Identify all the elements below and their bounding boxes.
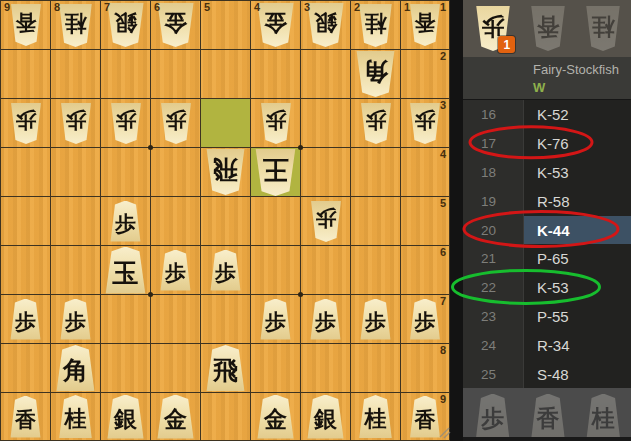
move-number: 25 [463, 360, 524, 389]
square-44[interactable]: 王 [250, 147, 300, 196]
sente-lance[interactable]: 香 [408, 396, 442, 438]
piece-kanji: 銀 [314, 403, 337, 431]
gote-rook[interactable]: 飛 [204, 149, 247, 195]
sente-rook[interactable]: 飛 [204, 345, 247, 391]
board-star-point [148, 145, 153, 150]
move-row-16[interactable]: 16K-52 [463, 100, 631, 129]
piece-kanji: 歩 [65, 110, 86, 136]
piece-kanji: 桂 [592, 15, 615, 42]
move-row-18[interactable]: 18K-53 [463, 158, 631, 187]
square-62[interactable] [150, 49, 200, 98]
square-37[interactable]: 歩 [300, 294, 350, 343]
square-36[interactable] [300, 245, 350, 294]
sente-pawn[interactable]: 歩 [109, 201, 143, 242]
square-49[interactable]: 金 [250, 392, 300, 441]
rank-label-4: 4 [440, 148, 446, 160]
piece-kanji: 香 [415, 12, 436, 38]
piece-kanji: 香 [415, 404, 436, 430]
square-29[interactable]: 桂 [350, 392, 400, 441]
square-74[interactable] [100, 147, 150, 196]
square-23[interactable]: 歩 [350, 98, 400, 147]
square-82[interactable] [50, 49, 100, 98]
square-83[interactable]: 歩 [50, 98, 100, 147]
move-text[interactable]: P-55 [524, 302, 631, 331]
square-52[interactable] [200, 49, 250, 98]
piece-kanji: 飛 [213, 353, 238, 383]
square-17[interactable]: 7歩 [400, 294, 450, 343]
piece-kanji: 歩 [315, 208, 336, 234]
sente-bishop[interactable]: 角 [54, 345, 97, 391]
square-25[interactable] [350, 196, 400, 245]
sente-pawn[interactable]: 歩 [159, 250, 193, 291]
file-label-3: 3 [304, 1, 310, 13]
panel-divider [450, 0, 463, 441]
square-35[interactable]: 歩 [300, 196, 350, 245]
move-text[interactable]: P-65 [524, 244, 631, 273]
square-92[interactable] [0, 49, 50, 98]
square-38[interactable] [300, 343, 350, 392]
piece-kanji: 金 [164, 11, 187, 39]
move-row-25[interactable]: 25S-48 [463, 360, 631, 389]
square-46[interactable] [250, 245, 300, 294]
square-66[interactable]: 歩 [150, 245, 200, 294]
piece-kanji: 桂 [592, 403, 615, 430]
gote-pawn[interactable]: 歩 [109, 103, 143, 144]
sente-lance[interactable]: 香 [9, 396, 43, 438]
piece-kanji: 歩 [265, 110, 286, 136]
gote-pawn[interactable]: 歩 [259, 103, 293, 144]
gote-hand-lance[interactable]: 香 [529, 6, 567, 51]
square-18[interactable]: 8 [400, 343, 450, 392]
move-list: 16K-5217K-7618K-5319R-5820K-4421P-6522K-… [463, 99, 631, 389]
sente-pawn[interactable]: 歩 [9, 299, 43, 340]
square-64[interactable] [150, 147, 200, 196]
move-text[interactable]: K-53 [524, 273, 631, 302]
engine-name-line: Fairy-Stockfish W [533, 61, 631, 97]
move-number: 18 [463, 158, 524, 187]
piece-kanji: 歩 [165, 110, 186, 136]
square-43[interactable]: 歩 [250, 98, 300, 147]
file-label-7: 7 [104, 1, 110, 13]
file-label-4: 4 [254, 1, 260, 13]
hand-slot-sente-knight[interactable]: 桂 [576, 392, 631, 440]
square-77[interactable] [100, 294, 150, 343]
gote-gold[interactable]: 金 [155, 3, 196, 47]
gote-pawn[interactable]: 歩 [9, 103, 43, 144]
gote-silver[interactable]: 銀 [105, 3, 146, 47]
hand-slot-sente-lance[interactable]: 香 [520, 392, 575, 440]
piece-kanji: 歩 [15, 110, 36, 136]
gote-hand-tray: 歩1香桂 [463, 0, 631, 57]
move-number: 17 [463, 129, 524, 158]
square-63[interactable]: 歩 [150, 98, 200, 147]
piece-kanji: 歩 [415, 306, 436, 332]
piece-kanji: 金 [264, 11, 287, 39]
sente-pawn[interactable]: 歩 [309, 299, 343, 340]
square-32[interactable] [300, 49, 350, 98]
piece-kanji: 歩 [365, 306, 386, 332]
piece-kanji: 香 [536, 403, 559, 430]
move-row-22[interactable]: 22K-53 [463, 273, 631, 302]
piece-kanji: 銀 [314, 11, 337, 39]
gote-pawn[interactable]: 歩 [59, 103, 93, 144]
square-78[interactable] [100, 343, 150, 392]
sente-pawn[interactable]: 歩 [209, 250, 243, 291]
sente-hand-knight[interactable]: 桂 [584, 394, 622, 439]
square-51[interactable]: 5 [200, 0, 250, 49]
piece-kanji: 王 [263, 157, 289, 188]
move-row-21[interactable]: 21P-65 [463, 244, 631, 273]
piece-kanji: 歩 [65, 306, 86, 332]
engine-name-suffix: W [533, 80, 545, 95]
piece-kanji: 歩 [165, 257, 186, 283]
move-number: 19 [463, 187, 524, 216]
square-93[interactable]: 歩 [0, 98, 50, 147]
rank-label-3: 3 [440, 99, 446, 111]
square-24[interactable] [350, 147, 400, 196]
sente-gold[interactable]: 金 [255, 395, 296, 439]
move-number: 16 [463, 100, 524, 129]
square-47[interactable]: 歩 [250, 294, 300, 343]
rank-label-5: 5 [440, 197, 446, 209]
piece-kanji: 歩 [365, 110, 386, 136]
move-text[interactable]: K-76 [524, 129, 631, 158]
square-31[interactable]: 3銀 [300, 0, 350, 49]
gote-bishop[interactable]: 角 [354, 51, 397, 97]
piece-kanji: 銀 [114, 11, 137, 39]
move-row-24[interactable]: 24R-34 [463, 331, 631, 360]
piece-kanji: 飛 [213, 157, 238, 187]
sente-hand-pawn[interactable]: 歩 [474, 394, 512, 439]
square-88[interactable]: 角 [50, 343, 100, 392]
piece-kanji: 桂 [65, 12, 87, 39]
sente-pawn[interactable]: 歩 [59, 299, 93, 340]
square-34[interactable] [300, 147, 350, 196]
square-73[interactable]: 歩 [100, 98, 150, 147]
square-97[interactable]: 歩 [0, 294, 50, 343]
gote-pawn[interactable]: 歩 [159, 103, 193, 144]
square-48[interactable] [250, 343, 300, 392]
square-61[interactable]: 6金 [150, 0, 200, 49]
rank-label-9: 9 [440, 393, 446, 405]
rank-label-2: 2 [440, 50, 446, 62]
rank-label-6: 6 [440, 246, 446, 258]
gote-knight[interactable]: 桂 [357, 4, 394, 47]
square-42[interactable] [250, 49, 300, 98]
square-96[interactable] [0, 245, 50, 294]
move-row-19[interactable]: 19R-58 [463, 187, 631, 216]
gote-pawn[interactable]: 歩 [309, 201, 343, 242]
piece-kanji: 香 [15, 12, 36, 38]
sente-silver[interactable]: 銀 [105, 395, 146, 439]
piece-kanji: 歩 [115, 110, 136, 136]
board-star-point [298, 145, 303, 150]
engine-name: Fairy-Stockfish [533, 62, 619, 77]
square-67[interactable] [150, 294, 200, 343]
move-text[interactable]: R-58 [524, 187, 631, 216]
square-68[interactable] [150, 343, 200, 392]
piece-kanji: 桂 [365, 403, 387, 430]
square-76[interactable]: 玉 [100, 245, 150, 294]
sente-pawn[interactable]: 歩 [359, 299, 393, 340]
square-39[interactable]: 銀 [300, 392, 350, 441]
square-53[interactable] [200, 98, 250, 147]
move-number: 20 [463, 216, 524, 245]
square-69[interactable]: 金 [150, 392, 200, 441]
file-label-1: 1 [404, 1, 410, 13]
move-text[interactable]: R-34 [524, 331, 631, 360]
gote-lance[interactable]: 香 [408, 4, 442, 46]
piece-kanji: 玉 [113, 255, 139, 286]
square-13[interactable]: 3歩 [400, 98, 450, 147]
sente-pawn[interactable]: 歩 [408, 299, 442, 340]
piece-kanji: 歩 [415, 110, 436, 136]
move-text[interactable]: K-53 [524, 158, 631, 187]
sente-hand-lance[interactable]: 香 [529, 394, 567, 439]
square-54[interactable]: 飛 [200, 147, 250, 196]
square-84[interactable] [50, 147, 100, 196]
square-27[interactable]: 歩 [350, 294, 400, 343]
piece-kanji: 歩 [215, 257, 236, 283]
square-22[interactable]: 角 [350, 49, 400, 98]
gote-silver[interactable]: 銀 [305, 3, 346, 47]
sente-hand-tray: 歩香桂 [463, 388, 631, 441]
square-79[interactable]: 銀 [100, 392, 150, 441]
piece-kanji: 金 [264, 403, 287, 431]
rank-label-8: 8 [440, 344, 446, 356]
file-label-5: 5 [204, 1, 210, 13]
sente-king[interactable]: 玉 [103, 247, 148, 294]
piece-kanji: 歩 [265, 306, 286, 332]
move-text[interactable]: K-44 [524, 216, 631, 245]
sente-knight[interactable]: 桂 [57, 395, 94, 438]
square-56[interactable]: 歩 [200, 245, 250, 294]
sente-pawn[interactable]: 歩 [259, 299, 293, 340]
square-95[interactable] [0, 196, 50, 245]
shogi-analysis-app: 9香8桂7銀6金54金3銀2桂11香角2歩歩歩歩歩歩3歩飛王4歩歩5玉歩歩6歩歩… [0, 0, 631, 441]
square-75[interactable]: 歩 [100, 196, 150, 245]
piece-kanji: 桂 [365, 12, 387, 39]
engine-info: Fairy-Stockfish W in local browser [463, 57, 631, 99]
square-28[interactable] [350, 343, 400, 392]
square-94[interactable] [0, 147, 50, 196]
piece-kanji: 香 [536, 15, 559, 42]
square-71[interactable]: 7銀 [100, 0, 150, 49]
move-row-20[interactable]: 20K-44 [463, 216, 631, 245]
piece-kanji: 歩 [115, 208, 136, 234]
hand-slot-gote-pawn[interactable]: 歩1 [465, 4, 520, 52]
square-59[interactable] [200, 392, 250, 441]
move-number: 21 [463, 244, 524, 273]
square-87[interactable]: 歩 [50, 294, 100, 343]
move-number: 23 [463, 302, 524, 331]
gote-knight[interactable]: 桂 [57, 4, 94, 47]
sente-knight[interactable]: 桂 [357, 395, 394, 438]
piece-kanji: 角 [63, 353, 88, 383]
piece-kanji: 歩 [15, 306, 36, 332]
hand-slot-gote-lance[interactable]: 香 [520, 4, 575, 52]
shogi-board: 9香8桂7銀6金54金3銀2桂11香角2歩歩歩歩歩歩3歩飛王4歩歩5玉歩歩6歩歩… [0, 0, 450, 441]
square-91[interactable]: 9香 [0, 0, 50, 49]
gote-pawn[interactable]: 歩 [408, 103, 442, 144]
square-11[interactable]: 11香 [400, 0, 450, 49]
square-21[interactable]: 2桂 [350, 0, 400, 49]
gote-hand-knight[interactable]: 桂 [584, 6, 622, 51]
move-row-17[interactable]: 17K-76 [463, 129, 631, 158]
piece-kanji: 歩 [315, 306, 336, 332]
piece-kanji: 角 [363, 59, 388, 89]
square-33[interactable] [300, 98, 350, 147]
square-99[interactable]: 香 [0, 392, 50, 441]
square-86[interactable] [50, 245, 100, 294]
square-41[interactable]: 4金 [250, 0, 300, 49]
square-55[interactable] [200, 196, 250, 245]
square-12[interactable]: 2 [400, 49, 450, 98]
square-58[interactable]: 飛 [200, 343, 250, 392]
sente-silver[interactable]: 銀 [305, 395, 346, 439]
square-89[interactable]: 桂 [50, 392, 100, 441]
square-57[interactable] [200, 294, 250, 343]
rank-label-7: 7 [440, 295, 446, 307]
sente-gold[interactable]: 金 [155, 395, 196, 439]
file-label-9: 9 [4, 1, 10, 13]
square-15[interactable]: 5 [400, 196, 450, 245]
piece-kanji: 桂 [65, 403, 87, 430]
move-text[interactable]: K-52 [524, 100, 631, 129]
hand-slot-sente-pawn[interactable]: 歩 [465, 392, 520, 440]
gote-king[interactable]: 王 [253, 149, 298, 196]
rank-label-1: 1 [440, 1, 446, 13]
hand-slot-gote-knight[interactable]: 桂 [576, 4, 631, 52]
board-star-point [148, 292, 153, 297]
piece-kanji: 金 [164, 403, 187, 431]
move-row-23[interactable]: 23P-55 [463, 302, 631, 331]
piece-kanji: 香 [15, 404, 36, 430]
square-16[interactable]: 6 [400, 245, 450, 294]
gote-pawn[interactable]: 歩 [359, 103, 393, 144]
piece-kanji: 銀 [114, 403, 137, 431]
file-label-8: 8 [54, 1, 60, 13]
square-14[interactable]: 4 [400, 147, 450, 196]
board-resize-handle[interactable] [438, 426, 451, 439]
square-45[interactable] [250, 196, 300, 245]
move-number: 22 [463, 273, 524, 302]
hand-count-badge: 1 [498, 36, 515, 53]
file-label-2: 2 [354, 1, 360, 13]
square-65[interactable] [150, 196, 200, 245]
square-81[interactable]: 8桂 [50, 0, 100, 49]
square-85[interactable] [50, 196, 100, 245]
square-72[interactable] [100, 49, 150, 98]
gote-lance[interactable]: 香 [9, 4, 43, 46]
gote-gold[interactable]: 金 [255, 3, 296, 47]
square-26[interactable] [350, 245, 400, 294]
square-98[interactable] [0, 343, 50, 392]
file-label-6: 6 [154, 1, 160, 13]
move-text[interactable]: S-48 [524, 360, 631, 389]
board-star-point [298, 292, 303, 297]
piece-kanji: 歩 [481, 403, 504, 430]
move-number: 24 [463, 331, 524, 360]
